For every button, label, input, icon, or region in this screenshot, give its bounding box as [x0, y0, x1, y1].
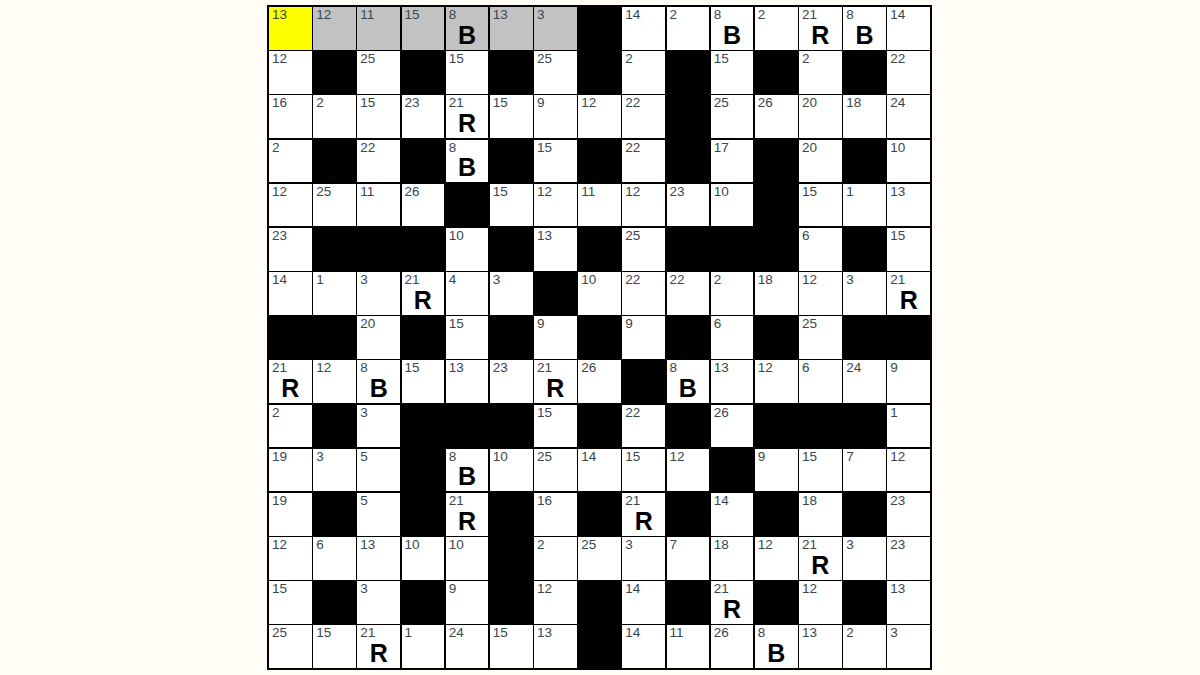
cell-r15c15[interactable]: 3: [887, 625, 930, 668]
cell-r12c5[interactable]: 21R: [446, 493, 489, 536]
cell-r11c5[interactable]: 8B: [446, 449, 489, 492]
cell-r4c1[interactable]: 2: [269, 140, 312, 183]
cell-r3c3[interactable]: 15: [357, 95, 400, 138]
cell-letter: B: [446, 155, 489, 180]
cell-number: 12: [890, 450, 905, 465]
cell-r14c4: [402, 581, 445, 624]
cell-r10c13: [799, 405, 842, 448]
cell-number: 25: [360, 52, 375, 67]
cell-number: 14: [714, 494, 729, 509]
cell-number: 25: [272, 626, 287, 641]
cell-number: 13: [360, 538, 375, 553]
cell-r6c1[interactable]: 23: [269, 228, 312, 271]
cell-r4c12: [755, 140, 798, 183]
cell-number: 22: [890, 52, 905, 67]
cell-r3c4[interactable]: 23: [402, 95, 445, 138]
cell-r7c8[interactable]: 10: [578, 272, 621, 315]
cell-r12c15[interactable]: 23: [887, 493, 930, 536]
cell-r15c2[interactable]: 15: [313, 625, 356, 668]
cell-r11c1[interactable]: 19: [269, 449, 312, 492]
cell-number: 25: [316, 185, 331, 200]
cell-r8c11[interactable]: 6: [711, 316, 754, 359]
page: 131211158B1331428B221R8B1412251525215222…: [0, 0, 1200, 675]
cell-number: 2: [758, 8, 766, 23]
cell-letter: R: [402, 288, 445, 313]
cell-r8c7[interactable]: 9: [534, 316, 577, 359]
cell-r13c3[interactable]: 13: [357, 537, 400, 580]
cell-number: 12: [537, 185, 552, 200]
cell-letter: R: [799, 23, 842, 48]
cell-r15c9[interactable]: 14: [622, 625, 665, 668]
cell-number: 13: [714, 361, 729, 376]
cell-number: 10: [890, 141, 905, 156]
cell-number: 11: [670, 626, 684, 641]
cell-number: 9: [537, 317, 545, 332]
cell-r1c11[interactable]: 8B: [711, 7, 754, 50]
cell-number: 26: [581, 361, 596, 376]
cell-r12c11[interactable]: 14: [711, 493, 754, 536]
cell-r13c9[interactable]: 3: [622, 537, 665, 580]
cell-r13c15[interactable]: 23: [887, 537, 930, 580]
cell-r4c3[interactable]: 22: [357, 140, 400, 183]
cell-number: 3: [360, 406, 368, 421]
cell-r2c7[interactable]: 25: [534, 51, 577, 94]
cell-r6c2: [313, 228, 356, 271]
cell-r10c11[interactable]: 26: [711, 405, 754, 448]
cell-r9c9: [622, 360, 665, 403]
cell-r1c3[interactable]: 11: [357, 7, 400, 50]
cell-letter: R: [357, 641, 400, 666]
cell-r10c15[interactable]: 1: [887, 405, 930, 448]
cell-number: 23: [272, 229, 287, 244]
cell-r12c4: [402, 493, 445, 536]
cell-r7c14[interactable]: 3: [843, 272, 886, 315]
cell-r6c6: [490, 228, 533, 271]
cell-r1c12[interactable]: 2: [755, 7, 798, 50]
cell-number: 8: [449, 8, 457, 23]
cell-r6c15[interactable]: 15: [887, 228, 930, 271]
cell-number: 23: [493, 361, 508, 376]
cell-r7c15[interactable]: 21R: [887, 272, 930, 315]
cell-r4c5[interactable]: 8B: [446, 140, 489, 183]
cell-r9c14[interactable]: 24: [843, 360, 886, 403]
cell-r14c5[interactable]: 9: [446, 581, 489, 624]
cell-r7c4[interactable]: 21R: [402, 272, 445, 315]
cell-r4c14: [843, 140, 886, 183]
cell-number: 15: [537, 141, 552, 156]
cell-r6c7[interactable]: 13: [534, 228, 577, 271]
cell-r7c3[interactable]: 3: [357, 272, 400, 315]
cell-r14c15[interactable]: 13: [887, 581, 930, 624]
cell-r2c4: [402, 51, 445, 94]
cell-r11c13[interactable]: 15: [799, 449, 842, 492]
cell-r12c3[interactable]: 5: [357, 493, 400, 536]
cell-r6c5[interactable]: 10: [446, 228, 489, 271]
cell-r13c7[interactable]: 2: [534, 537, 577, 580]
cell-number: 1: [316, 273, 324, 288]
cell-r1c2[interactable]: 12: [313, 7, 356, 50]
cell-r4c2: [313, 140, 356, 183]
cell-r10c9[interactable]: 22: [622, 405, 665, 448]
cell-r5c1[interactable]: 12: [269, 184, 312, 227]
cell-number: 11: [581, 185, 595, 200]
cell-number: 10: [714, 185, 729, 200]
cell-number: 26: [714, 626, 729, 641]
cell-r4c15[interactable]: 10: [887, 140, 930, 183]
cell-number: 3: [360, 582, 368, 597]
cell-r3c15[interactable]: 24: [887, 95, 930, 138]
cell-number: 12: [758, 361, 773, 376]
cell-r5c9[interactable]: 12: [622, 184, 665, 227]
cell-number: 22: [360, 141, 375, 156]
cell-number: 8: [714, 8, 722, 23]
cell-r15c14[interactable]: 2: [843, 625, 886, 668]
cell-number: 23: [670, 185, 685, 200]
cell-number: 12: [625, 185, 640, 200]
cell-r11c15[interactable]: 12: [887, 449, 930, 492]
cell-r13c14[interactable]: 3: [843, 537, 886, 580]
cell-r9c1[interactable]: 21R: [269, 360, 312, 403]
cell-number: 18: [714, 538, 729, 553]
cell-r15c5[interactable]: 24: [446, 625, 489, 668]
cell-number: 13: [537, 229, 552, 244]
cell-number: 18: [758, 273, 773, 288]
cell-letter: R: [534, 376, 577, 401]
cell-r5c3[interactable]: 11: [357, 184, 400, 227]
cell-number: 15: [493, 96, 508, 111]
cell-r7c13[interactable]: 12: [799, 272, 842, 315]
cell-r11c11: [711, 449, 754, 492]
cell-r13c13[interactable]: 21R: [799, 537, 842, 580]
cell-number: 6: [802, 361, 810, 376]
cell-number: 4: [449, 273, 457, 288]
cell-r6c10: [667, 228, 710, 271]
cell-number: 13: [272, 8, 287, 23]
cell-number: 12: [758, 538, 773, 553]
cell-number: 12: [272, 185, 287, 200]
cell-number: 20: [802, 141, 817, 156]
cell-number: 15: [714, 52, 729, 67]
cell-r7c2[interactable]: 1: [313, 272, 356, 315]
cell-number: 2: [272, 141, 280, 156]
cell-r2c10: [667, 51, 710, 94]
cell-r15c13[interactable]: 13: [799, 625, 842, 668]
cell-number: 1: [846, 185, 854, 200]
cell-r5c15[interactable]: 13: [887, 184, 930, 227]
cell-r6c4: [402, 228, 445, 271]
cell-r13c8[interactable]: 25: [578, 537, 621, 580]
cell-r2c14: [843, 51, 886, 94]
cell-r15c4[interactable]: 1: [402, 625, 445, 668]
cell-r11c4: [402, 449, 445, 492]
cell-r3c1[interactable]: 16: [269, 95, 312, 138]
cell-r9c7[interactable]: 21R: [534, 360, 577, 403]
cell-r1c13[interactable]: 21R: [799, 7, 842, 50]
cell-r5c8[interactable]: 11: [578, 184, 621, 227]
cell-r4c6: [490, 140, 533, 183]
cell-r11c9[interactable]: 15: [622, 449, 665, 492]
cell-r15c7[interactable]: 13: [534, 625, 577, 668]
cell-r4c7[interactable]: 15: [534, 140, 577, 183]
cell-r6c12: [755, 228, 798, 271]
cell-number: 14: [890, 8, 905, 23]
cell-number: 13: [802, 626, 817, 641]
cell-number: 2: [714, 273, 722, 288]
cell-r5c7[interactable]: 12: [534, 184, 577, 227]
cell-r3c6[interactable]: 15: [490, 95, 533, 138]
cell-r2c9[interactable]: 2: [622, 51, 665, 94]
cell-r5c11[interactable]: 10: [711, 184, 754, 227]
cell-number: 3: [360, 273, 368, 288]
cell-number: 15: [405, 8, 420, 23]
cell-r15c3[interactable]: 21R: [357, 625, 400, 668]
cell-r11c7[interactable]: 25: [534, 449, 577, 492]
cell-number: 22: [625, 406, 640, 421]
cell-number: 9: [449, 582, 457, 597]
cell-r5c2[interactable]: 25: [313, 184, 356, 227]
cell-number: 19: [272, 450, 287, 465]
cell-r6c13[interactable]: 6: [799, 228, 842, 271]
cell-r13c12[interactable]: 12: [755, 537, 798, 580]
cell-r14c14: [843, 581, 886, 624]
cell-number: 13: [449, 361, 464, 376]
cell-r7c6[interactable]: 3: [490, 272, 533, 315]
cell-r9c10[interactable]: 8B: [667, 360, 710, 403]
cell-r10c10: [667, 405, 710, 448]
cell-r15c8: [578, 625, 621, 668]
cell-r10c14: [843, 405, 886, 448]
cell-r7c11[interactable]: 2: [711, 272, 754, 315]
cell-r11c12[interactable]: 9: [755, 449, 798, 492]
cell-number: 13: [493, 8, 508, 23]
cell-r7c7: [534, 272, 577, 315]
cell-r4c9[interactable]: 22: [622, 140, 665, 183]
cell-r10c3[interactable]: 3: [357, 405, 400, 448]
cell-number: 16: [537, 494, 552, 509]
cell-number: 12: [316, 361, 331, 376]
cell-r14c7[interactable]: 12: [534, 581, 577, 624]
cell-number: 6: [714, 317, 722, 332]
cell-r9c13[interactable]: 6: [799, 360, 842, 403]
cell-r10c1[interactable]: 2: [269, 405, 312, 448]
cell-r13c4[interactable]: 10: [402, 537, 445, 580]
cell-letter: B: [755, 641, 798, 666]
cell-r12c10: [667, 493, 710, 536]
cell-r7c10[interactable]: 22: [667, 272, 710, 315]
cell-r15c11[interactable]: 26: [711, 625, 754, 668]
cell-r5c12: [755, 184, 798, 227]
cell-letter: B: [711, 23, 754, 48]
cell-r2c13[interactable]: 2: [799, 51, 842, 94]
cell-r3c5[interactable]: 21R: [446, 95, 489, 138]
cell-number: 8: [758, 626, 766, 641]
cell-r3c12[interactable]: 26: [755, 95, 798, 138]
cell-r13c2[interactable]: 6: [313, 537, 356, 580]
cell-r5c4[interactable]: 26: [402, 184, 445, 227]
cell-r8c13[interactable]: 25: [799, 316, 842, 359]
cell-number: 12: [802, 582, 817, 597]
cell-r2c11[interactable]: 15: [711, 51, 754, 94]
cell-r14c1[interactable]: 15: [269, 581, 312, 624]
cell-r12c1[interactable]: 19: [269, 493, 312, 536]
cell-r12c13[interactable]: 18: [799, 493, 842, 536]
cell-r11c14[interactable]: 7: [843, 449, 886, 492]
cell-r11c6[interactable]: 10: [490, 449, 533, 492]
cell-r10c7[interactable]: 15: [534, 405, 577, 448]
cell-number: 25: [714, 96, 729, 111]
cell-r9c8[interactable]: 26: [578, 360, 621, 403]
cell-r15c6[interactable]: 15: [490, 625, 533, 668]
cell-number: 15: [537, 406, 552, 421]
cell-r9c3[interactable]: 8B: [357, 360, 400, 403]
cell-r3c11[interactable]: 25: [711, 95, 754, 138]
cell-letter: R: [799, 553, 842, 578]
cell-letter: R: [446, 111, 489, 136]
cell-number: 24: [846, 361, 861, 376]
cell-r7c5[interactable]: 4: [446, 272, 489, 315]
cell-r5c14[interactable]: 1: [843, 184, 886, 227]
cell-r5c5: [446, 184, 489, 227]
cell-r4c8: [578, 140, 621, 183]
cell-r2c12: [755, 51, 798, 94]
cell-r9c11[interactable]: 13: [711, 360, 754, 403]
cell-r2c3[interactable]: 25: [357, 51, 400, 94]
cell-r6c11: [711, 228, 754, 271]
cell-r14c9[interactable]: 14: [622, 581, 665, 624]
cell-r5c13[interactable]: 15: [799, 184, 842, 227]
cell-r1c4[interactable]: 15: [402, 7, 445, 50]
cell-r8c12: [755, 316, 798, 359]
cell-number: 10: [493, 450, 508, 465]
cell-number: 10: [405, 538, 420, 553]
cell-r3c14[interactable]: 18: [843, 95, 886, 138]
cell-r15c12[interactable]: 8B: [755, 625, 798, 668]
cell-r8c9[interactable]: 9: [622, 316, 665, 359]
cell-letter: B: [843, 23, 886, 48]
cell-r8c5[interactable]: 15: [446, 316, 489, 359]
cell-r10c5: [446, 405, 489, 448]
cell-r14c3[interactable]: 3: [357, 581, 400, 624]
cell-letter: B: [446, 23, 489, 48]
cell-r11c3[interactable]: 5: [357, 449, 400, 492]
cell-letter: R: [446, 509, 489, 534]
cell-r1c8: [578, 7, 621, 50]
cell-number: 8: [360, 361, 368, 376]
cell-r9c5[interactable]: 13: [446, 360, 489, 403]
cell-r1c7[interactable]: 3: [534, 7, 577, 50]
cell-letter: B: [446, 464, 489, 489]
cell-number: 8: [846, 8, 854, 23]
cell-r1c1[interactable]: 13: [269, 7, 312, 50]
cell-r4c11[interactable]: 17: [711, 140, 754, 183]
cell-r2c6: [490, 51, 533, 94]
cell-r3c13[interactable]: 20: [799, 95, 842, 138]
cell-r12c7[interactable]: 16: [534, 493, 577, 536]
cell-number: 8: [449, 141, 457, 156]
cell-number: 24: [449, 626, 464, 641]
cell-r7c9[interactable]: 22: [622, 272, 665, 315]
cell-r10c8: [578, 405, 621, 448]
cell-number: 10: [581, 273, 596, 288]
cell-r6c9[interactable]: 25: [622, 228, 665, 271]
cell-r11c2[interactable]: 3: [313, 449, 356, 492]
cell-r1c14[interactable]: 8B: [843, 7, 886, 50]
cell-number: 18: [802, 494, 817, 509]
cell-r2c1[interactable]: 12: [269, 51, 312, 94]
cell-letter: R: [711, 597, 754, 622]
cell-r11c8[interactable]: 14: [578, 449, 621, 492]
cell-r8c3[interactable]: 20: [357, 316, 400, 359]
cell-r9c6[interactable]: 23: [490, 360, 533, 403]
cell-r12c9[interactable]: 21R: [622, 493, 665, 536]
cell-letter: R: [887, 288, 930, 313]
cell-r14c6: [490, 581, 533, 624]
cell-number: 6: [802, 229, 810, 244]
cell-number: 5: [360, 450, 368, 465]
cell-r1c6[interactable]: 13: [490, 7, 533, 50]
cell-number: 12: [537, 582, 552, 597]
cell-number: 1: [405, 626, 413, 641]
cell-number: 10: [449, 538, 464, 553]
cell-number: 9: [758, 450, 766, 465]
cell-r1c10[interactable]: 2: [667, 7, 710, 50]
cell-r9c4[interactable]: 15: [402, 360, 445, 403]
cell-r8c4: [402, 316, 445, 359]
cell-number: 13: [890, 185, 905, 200]
cell-r7c12[interactable]: 18: [755, 272, 798, 315]
cell-r13c1[interactable]: 12: [269, 537, 312, 580]
cell-letter: R: [622, 509, 665, 534]
cell-r9c12[interactable]: 12: [755, 360, 798, 403]
cell-r9c15[interactable]: 9: [887, 360, 930, 403]
cell-r15c1[interactable]: 25: [269, 625, 312, 668]
cell-number: 6: [316, 538, 324, 553]
cell-r15c10[interactable]: 11: [667, 625, 710, 668]
cell-number: 26: [714, 406, 729, 421]
cell-r1c5[interactable]: 8B: [446, 7, 489, 50]
cell-number: 2: [846, 626, 854, 641]
cell-number: 24: [890, 96, 905, 111]
cell-r2c15[interactable]: 22: [887, 51, 930, 94]
cell-number: 12: [581, 96, 596, 111]
cell-number: 20: [802, 96, 817, 111]
cell-r11c10[interactable]: 12: [667, 449, 710, 492]
cell-r4c13[interactable]: 20: [799, 140, 842, 183]
cell-r1c9[interactable]: 14: [622, 7, 665, 50]
cell-r9c2[interactable]: 12: [313, 360, 356, 403]
cell-letter: R: [269, 376, 312, 401]
cell-r13c10[interactable]: 7: [667, 537, 710, 580]
cell-r13c11[interactable]: 18: [711, 537, 754, 580]
cell-r3c9[interactable]: 22: [622, 95, 665, 138]
cell-r14c13[interactable]: 12: [799, 581, 842, 624]
cell-r5c10[interactable]: 23: [667, 184, 710, 227]
cell-r1c15[interactable]: 14: [887, 7, 930, 50]
cell-r3c8[interactable]: 12: [578, 95, 621, 138]
cell-r8c1: [269, 316, 312, 359]
cell-r2c5[interactable]: 15: [446, 51, 489, 94]
cell-r12c2: [313, 493, 356, 536]
cell-r13c6: [490, 537, 533, 580]
cell-r7c1[interactable]: 14: [269, 272, 312, 315]
cell-r3c7[interactable]: 9: [534, 95, 577, 138]
cell-r5c6[interactable]: 15: [490, 184, 533, 227]
cell-r13c5[interactable]: 10: [446, 537, 489, 580]
cell-r3c2[interactable]: 2: [313, 95, 356, 138]
cell-r12c12: [755, 493, 798, 536]
cell-r10c6: [490, 405, 533, 448]
cell-r14c11[interactable]: 21R: [711, 581, 754, 624]
